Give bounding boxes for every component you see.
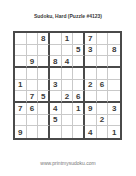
cell-r2c1[interactable] <box>15 45 27 57</box>
sudoku-board: 8175389841326752676419352941 <box>13 31 122 140</box>
cell-r4c2[interactable] <box>27 68 39 80</box>
cell-r1c9[interactable] <box>108 33 120 45</box>
cell-r2c7: 3 <box>85 45 97 57</box>
cell-r1c5: 1 <box>62 33 74 45</box>
cell-r8c6[interactable] <box>73 115 85 127</box>
cell-r7c9: 3 <box>108 103 120 115</box>
cell-r7c5[interactable] <box>62 103 74 115</box>
cell-r5c7: 2 <box>85 80 97 92</box>
sudoku-puzzle-page: Sudoku, Hard (Puzzle #4123) 817538984132… <box>0 0 136 176</box>
cell-r3c8[interactable] <box>97 56 109 68</box>
cell-r7c7: 9 <box>85 103 97 115</box>
cell-r5c9[interactable] <box>108 80 120 92</box>
cell-r5c5[interactable] <box>62 80 74 92</box>
cell-r3c4: 8 <box>50 56 62 68</box>
cell-r1c7: 7 <box>85 33 97 45</box>
cell-r4c6[interactable] <box>73 68 85 80</box>
cell-r9c3[interactable] <box>38 126 50 138</box>
cell-r7c3[interactable] <box>38 103 50 115</box>
cell-r7c8[interactable] <box>97 103 109 115</box>
cell-r9c6[interactable] <box>73 126 85 138</box>
cell-r6c5: 2 <box>62 91 74 103</box>
page-title: Sudoku, Hard (Puzzle #4123) <box>0 13 136 20</box>
cell-r6c8[interactable] <box>97 91 109 103</box>
cell-r6c3: 5 <box>38 91 50 103</box>
cell-r7c6: 1 <box>73 103 85 115</box>
cell-r3c7[interactable] <box>85 56 97 68</box>
cell-r5c2[interactable] <box>27 80 39 92</box>
cell-r8c5[interactable] <box>62 115 74 127</box>
cell-r5c8: 6 <box>97 80 109 92</box>
cell-r1c4[interactable] <box>50 33 62 45</box>
cell-r1c3: 8 <box>38 33 50 45</box>
cell-r4c1[interactable] <box>15 68 27 80</box>
cell-r6c1[interactable] <box>15 91 27 103</box>
cell-r6c2: 7 <box>27 91 39 103</box>
cell-r1c1[interactable] <box>15 33 27 45</box>
cell-r2c6: 5 <box>73 45 85 57</box>
cell-r8c4: 5 <box>50 115 62 127</box>
cell-r7c2: 6 <box>27 103 39 115</box>
cell-r9c7: 4 <box>85 126 97 138</box>
cell-r3c6[interactable] <box>73 56 85 68</box>
cell-r8c3[interactable] <box>38 115 50 127</box>
cell-r4c9[interactable] <box>108 68 120 80</box>
cell-r4c4[interactable] <box>50 68 62 80</box>
cell-r6c4[interactable] <box>50 91 62 103</box>
cell-r9c2[interactable] <box>27 126 39 138</box>
cell-r5c6[interactable] <box>73 80 85 92</box>
cell-r2c4[interactable] <box>50 45 62 57</box>
cell-r9c4[interactable] <box>50 126 62 138</box>
cell-r2c5[interactable] <box>62 45 74 57</box>
cell-r6c9[interactable] <box>108 91 120 103</box>
cell-r8c7[interactable] <box>85 115 97 127</box>
cell-r4c7[interactable] <box>85 68 97 80</box>
cell-r9c8[interactable] <box>97 126 109 138</box>
cell-r7c1: 7 <box>15 103 27 115</box>
cell-r5c3[interactable] <box>38 80 50 92</box>
cell-r1c8[interactable] <box>97 33 109 45</box>
cell-r2c3[interactable] <box>38 45 50 57</box>
cell-r3c3[interactable] <box>38 56 50 68</box>
cell-r9c5[interactable] <box>62 126 74 138</box>
cell-r4c5[interactable] <box>62 68 74 80</box>
cell-r8c2[interactable] <box>27 115 39 127</box>
cell-r3c9[interactable] <box>108 56 120 68</box>
cell-r9c1: 9 <box>15 126 27 138</box>
cell-r9c9: 1 <box>108 126 120 138</box>
cell-r8c8: 2 <box>97 115 109 127</box>
cell-r4c8[interactable] <box>97 68 109 80</box>
cell-r2c8[interactable] <box>97 45 109 57</box>
footer-credit: www.printmysudoku.com <box>0 160 136 166</box>
cell-r6c7[interactable] <box>85 91 97 103</box>
cell-r8c9[interactable] <box>108 115 120 127</box>
cell-r1c2[interactable] <box>27 33 39 45</box>
cell-r5c4: 3 <box>50 80 62 92</box>
cell-r8c1[interactable] <box>15 115 27 127</box>
cell-r2c2[interactable] <box>27 45 39 57</box>
cell-r2c9: 8 <box>108 45 120 57</box>
cell-r3c2: 9 <box>27 56 39 68</box>
cell-r5c1: 1 <box>15 80 27 92</box>
cell-r3c1[interactable] <box>15 56 27 68</box>
cell-r1c6[interactable] <box>73 33 85 45</box>
cell-r4c3[interactable] <box>38 68 50 80</box>
cell-r6c6: 6 <box>73 91 85 103</box>
cell-r7c4: 4 <box>50 103 62 115</box>
cell-r3c5: 4 <box>62 56 74 68</box>
